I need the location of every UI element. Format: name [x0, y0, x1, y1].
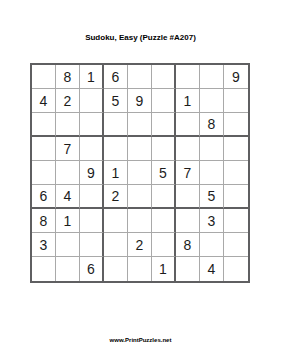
- cell-r6c4: 2: [104, 185, 128, 209]
- cell-r2c3: [80, 89, 104, 113]
- cell-r7c9: [224, 209, 248, 233]
- cell-r4c7: [176, 137, 200, 161]
- cell-r9c3: 6: [80, 257, 104, 281]
- cell-r4c3: [80, 137, 104, 161]
- cell-r2c2: 2: [56, 89, 80, 113]
- cell-r1c7: [176, 65, 200, 89]
- cell-r5c4: 1: [104, 161, 128, 185]
- cell-r4c5: [128, 137, 152, 161]
- cell-r3c1: [32, 113, 56, 137]
- cell-r8c4: [104, 233, 128, 257]
- cell-r6c5: [128, 185, 152, 209]
- cell-r7c5: [128, 209, 152, 233]
- cell-r3c7: [176, 113, 200, 137]
- cell-r2c5: 9: [128, 89, 152, 113]
- cell-r1c3: 1: [80, 65, 104, 89]
- sudoku-page: Sudoku, Easy (Puzzle #A207) 816942591879…: [0, 0, 281, 363]
- cell-r7c1: 8: [32, 209, 56, 233]
- cell-r2c4: 5: [104, 89, 128, 113]
- cell-r3c4: [104, 113, 128, 137]
- cell-r7c2: 1: [56, 209, 80, 233]
- page-title: Sudoku, Easy (Puzzle #A207): [0, 33, 281, 42]
- cell-r8c6: [152, 233, 176, 257]
- cell-r4c1: [32, 137, 56, 161]
- cell-r5c6: 5: [152, 161, 176, 185]
- cell-r8c9: [224, 233, 248, 257]
- cell-r1c8: [200, 65, 224, 89]
- cell-r4c9: [224, 137, 248, 161]
- cell-r3c5: [128, 113, 152, 137]
- cell-r1c5: [128, 65, 152, 89]
- cell-r1c1: [32, 65, 56, 89]
- cell-r4c2: 7: [56, 137, 80, 161]
- cell-r9c5: [128, 257, 152, 281]
- cell-r5c2: [56, 161, 80, 185]
- cell-r6c7: [176, 185, 200, 209]
- cell-r8c5: 2: [128, 233, 152, 257]
- cell-r5c1: [32, 161, 56, 185]
- cell-r3c3: [80, 113, 104, 137]
- cell-r5c9: [224, 161, 248, 185]
- cell-r6c3: [80, 185, 104, 209]
- cell-r5c7: 7: [176, 161, 200, 185]
- cell-r9c4: [104, 257, 128, 281]
- cell-r9c2: [56, 257, 80, 281]
- cell-r7c8: 3: [200, 209, 224, 233]
- cell-r7c6: [152, 209, 176, 233]
- cell-r6c6: [152, 185, 176, 209]
- cell-r9c9: [224, 257, 248, 281]
- cell-r6c1: 6: [32, 185, 56, 209]
- cell-r7c7: [176, 209, 200, 233]
- cell-r9c6: 1: [152, 257, 176, 281]
- cell-r6c8: 5: [200, 185, 224, 209]
- cell-r4c8: [200, 137, 224, 161]
- cell-r3c6: [152, 113, 176, 137]
- cell-r3c9: [224, 113, 248, 137]
- cell-r2c7: 1: [176, 89, 200, 113]
- cell-r1c4: 6: [104, 65, 128, 89]
- cell-r7c3: [80, 209, 104, 233]
- cell-r4c6: [152, 137, 176, 161]
- cell-r8c3: [80, 233, 104, 257]
- footer-url: www.PrintPuzzles.net: [0, 337, 281, 343]
- cell-r3c2: [56, 113, 80, 137]
- cell-r8c8: [200, 233, 224, 257]
- cell-r5c8: [200, 161, 224, 185]
- cell-r2c6: [152, 89, 176, 113]
- cell-r9c8: 4: [200, 257, 224, 281]
- cell-r7c4: [104, 209, 128, 233]
- cell-r1c6: [152, 65, 176, 89]
- cell-r2c1: 4: [32, 89, 56, 113]
- cell-r9c1: [32, 257, 56, 281]
- cell-r3c8: 8: [200, 113, 224, 137]
- cell-r8c2: [56, 233, 80, 257]
- cell-r2c9: [224, 89, 248, 113]
- sudoku-grid: 8169425918791576425813328614: [30, 63, 250, 283]
- cell-r6c9: [224, 185, 248, 209]
- cell-r8c1: 3: [32, 233, 56, 257]
- cell-r9c7: [176, 257, 200, 281]
- cell-r1c2: 8: [56, 65, 80, 89]
- cell-r8c7: 8: [176, 233, 200, 257]
- cell-r2c8: [200, 89, 224, 113]
- cell-r5c3: 9: [80, 161, 104, 185]
- cell-r1c9: 9: [224, 65, 248, 89]
- cell-r6c2: 4: [56, 185, 80, 209]
- cell-r4c4: [104, 137, 128, 161]
- cell-r5c5: [128, 161, 152, 185]
